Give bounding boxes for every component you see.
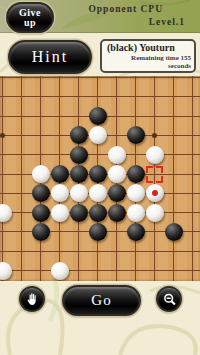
star-point xyxy=(0,133,5,138)
remaining-time-label: Remaining time 155 xyxy=(131,54,191,62)
black-stone xyxy=(89,204,107,222)
white-stone xyxy=(89,184,107,202)
white-stone xyxy=(51,262,69,280)
white-stone xyxy=(32,165,50,183)
grid-line-horizontal xyxy=(0,251,200,252)
grid-line-horizontal xyxy=(0,154,200,155)
cursor-corner xyxy=(156,176,163,183)
last-move-marker xyxy=(152,190,158,196)
level-label: Level.1 xyxy=(149,17,185,27)
star-point xyxy=(152,133,157,138)
white-stone xyxy=(108,165,126,183)
give-up-label-line1: Give xyxy=(19,8,41,18)
black-stone xyxy=(108,184,126,202)
black-stone xyxy=(70,204,88,222)
white-stone xyxy=(51,184,69,202)
gomoku-app: Give up Opponent CPU Level.1 Hint (black… xyxy=(0,0,200,355)
player-turn-label: (black) Youturn xyxy=(107,42,175,53)
white-stone xyxy=(127,204,145,222)
black-stone xyxy=(32,204,50,222)
remaining-time-unit: seconds xyxy=(168,62,191,70)
black-stone xyxy=(89,107,107,125)
hand-icon xyxy=(25,292,39,306)
white-stone xyxy=(146,204,164,222)
black-stone xyxy=(89,223,107,241)
black-stone xyxy=(51,165,69,183)
move-cursor-marker[interactable] xyxy=(146,166,163,183)
white-stone xyxy=(146,146,164,164)
black-stone xyxy=(127,126,145,144)
white-stone xyxy=(108,146,126,164)
black-stone xyxy=(32,223,50,241)
hand-tool-button[interactable] xyxy=(19,286,45,312)
black-stone xyxy=(70,165,88,183)
opponent-label: Opponent CPU xyxy=(88,4,163,14)
give-up-label-line2: up xyxy=(24,18,36,28)
cursor-corner xyxy=(146,176,153,183)
cursor-corner xyxy=(156,166,163,173)
white-stone xyxy=(0,262,12,280)
black-stone xyxy=(165,223,183,241)
black-stone xyxy=(127,165,145,183)
grid-line-horizontal xyxy=(0,270,200,271)
hint-button[interactable]: Hint xyxy=(8,40,92,74)
black-stone xyxy=(32,184,50,202)
white-stone xyxy=(127,184,145,202)
go-label: Go xyxy=(91,292,111,309)
white-stone xyxy=(146,184,164,202)
white-stone xyxy=(70,184,88,202)
black-stone xyxy=(108,204,126,222)
grid-line-horizontal xyxy=(0,96,200,97)
black-stone xyxy=(89,165,107,183)
black-stone xyxy=(127,223,145,241)
hint-label: Hint xyxy=(32,48,68,66)
give-up-button[interactable]: Give up xyxy=(6,2,54,33)
top-bar: Give up Opponent CPU Level.1 xyxy=(0,0,200,33)
zoom-out-button[interactable] xyxy=(156,286,182,312)
cursor-corner xyxy=(146,166,153,173)
black-stone xyxy=(70,126,88,144)
zoom-out-icon xyxy=(162,292,177,307)
black-stone xyxy=(70,146,88,164)
white-stone xyxy=(89,126,107,144)
white-stone xyxy=(51,204,69,222)
turn-info-box: (black) Youturn Remaining time 155 secon… xyxy=(100,39,196,73)
go-board[interactable] xyxy=(0,76,200,281)
grid-line-horizontal xyxy=(0,77,200,78)
go-button[interactable]: Go xyxy=(62,285,141,316)
white-stone xyxy=(0,204,12,222)
